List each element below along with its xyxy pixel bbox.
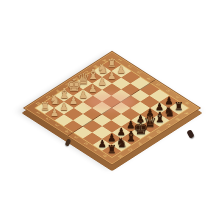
coordinate-label: 1: [35, 111, 41, 115]
coordinate-label: B: [92, 64, 98, 68]
coordinate-label: 4: [63, 129, 69, 133]
coordinate-label: 5: [73, 135, 79, 139]
coordinate-label: H: [116, 153, 123, 157]
coordinate-label: F: [54, 89, 60, 93]
coordinate-label: B: [174, 117, 180, 121]
coordinate-label: G: [44, 95, 51, 99]
clasp: [186, 129, 194, 138]
watermark-smudge: [86, 93, 136, 111]
coordinate-label: 8: [101, 154, 107, 158]
coordinate-label: A: [183, 111, 189, 115]
coordinate-label: 7: [92, 148, 98, 152]
coordinate-label: G: [126, 147, 133, 151]
coordinate-label: C: [164, 123, 171, 127]
coordinate-label: C: [82, 70, 89, 74]
coordinate-label: 6: [82, 142, 88, 146]
coordinate-label: F: [136, 141, 142, 145]
coordinate-label: E: [63, 83, 69, 87]
coordinate-label: D: [73, 76, 80, 80]
coordinate-label: 2: [44, 117, 50, 121]
coordinate-label: E: [145, 135, 151, 139]
coordinate-label: D: [155, 129, 162, 133]
coordinate-label: H: [34, 101, 41, 105]
product-photo-stage: ABCDEFGH 87654321 87654321 ABCDEFGH ♜♞♝♛…: [0, 0, 220, 220]
coordinate-label: A: [101, 58, 107, 62]
coordinate-label: 3: [54, 123, 60, 127]
